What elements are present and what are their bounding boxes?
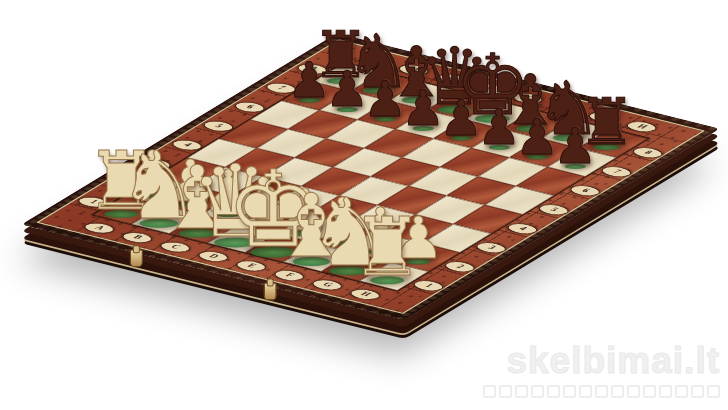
clasp-icon <box>130 249 143 267</box>
watermark-square <box>563 385 576 398</box>
watermark-square <box>547 385 560 398</box>
watermark-square <box>483 385 496 398</box>
watermark-square <box>595 385 608 398</box>
piece-black-pawn-h7: ♟ <box>553 122 597 171</box>
watermark-square <box>707 385 720 398</box>
watermark-squares <box>483 385 720 398</box>
watermark-square <box>611 385 624 398</box>
watermark-square <box>627 385 640 398</box>
watermark-square <box>643 385 656 398</box>
watermark: skelbimai.lt <box>483 340 720 398</box>
chess-board: AABBCCDDEEFFGGHH1122334455667788 ♜♞♝♛♚♝♞… <box>21 33 720 320</box>
watermark-text: skelbimai.lt <box>483 340 720 382</box>
product-photo: AABBCCDDEEFFGGHH1122334455667788 ♜♞♝♛♚♝♞… <box>0 0 728 410</box>
clasp-icon <box>264 283 277 301</box>
watermark-square <box>499 385 512 398</box>
watermark-square <box>659 385 672 398</box>
watermark-square <box>691 385 704 398</box>
piece-white-rook-h1: ♜ <box>351 207 424 288</box>
watermark-square <box>531 385 544 398</box>
watermark-square <box>515 385 528 398</box>
watermark-square <box>579 385 592 398</box>
watermark-square <box>675 385 688 398</box>
